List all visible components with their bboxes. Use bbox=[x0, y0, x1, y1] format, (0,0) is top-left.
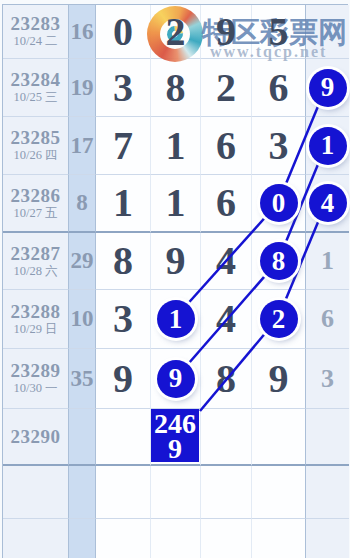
digit-cell: 1 bbox=[151, 175, 201, 233]
trail-circle-digit: 2 bbox=[260, 300, 298, 338]
draw-digit: 8 bbox=[216, 359, 236, 399]
digit-cell: 9 bbox=[96, 349, 151, 409]
issue-number: 23285 bbox=[11, 128, 61, 148]
draw-digit: 9 bbox=[216, 12, 236, 52]
digit-cell: 3 bbox=[96, 290, 151, 349]
empty-cell bbox=[69, 466, 96, 519]
empty-cell bbox=[306, 409, 349, 466]
circled-digit-cell: 2 bbox=[252, 290, 306, 349]
draw-digit: 6 bbox=[216, 183, 236, 223]
sum-value: 16 bbox=[71, 19, 94, 45]
circled-digit-cell: 8 bbox=[252, 233, 306, 290]
draw-digit: 7 bbox=[113, 126, 133, 166]
draw-digit: 4 bbox=[216, 299, 236, 339]
issue-number: 23286 bbox=[11, 186, 61, 206]
issue-date: 10/24 二 bbox=[11, 35, 61, 48]
digit-cell: 4 bbox=[201, 233, 252, 290]
sum-value: 10 bbox=[71, 306, 94, 332]
issue-cell: 2328410/25 三 bbox=[3, 59, 69, 117]
draw-digit: 1 bbox=[166, 126, 186, 166]
issue-cell: 2328710/28 六 bbox=[3, 233, 69, 290]
extra-digit-cell: 6 bbox=[306, 290, 349, 349]
draw-digit: 3 bbox=[113, 299, 133, 339]
draw-digit: 8 bbox=[166, 68, 186, 108]
digit-cell: 6 bbox=[201, 175, 252, 233]
draw-digit: 1 bbox=[166, 183, 186, 223]
issue-cell: 2328810/29 日 bbox=[3, 290, 69, 349]
issue-date: 10/30 一 bbox=[11, 382, 61, 395]
issue-cell: 2328310/24 二 bbox=[3, 5, 69, 59]
issue-cell: 2328510/26 四 bbox=[3, 117, 69, 175]
digit-cell: 3 bbox=[252, 117, 306, 175]
extra-circled-cell: 4 bbox=[306, 175, 349, 233]
extra-digit: 1 bbox=[321, 246, 334, 276]
empty-cell bbox=[151, 519, 201, 558]
sum-cell: 16 bbox=[69, 5, 96, 59]
draw-digit: 2 bbox=[216, 68, 236, 108]
draw-digit: 8 bbox=[113, 241, 133, 281]
draw-digit: 6 bbox=[216, 126, 236, 166]
circled-digit-cell: 0 bbox=[252, 175, 306, 233]
digit-cell: 1 bbox=[151, 117, 201, 175]
digit-cell: 9 bbox=[252, 349, 306, 409]
sum-value: 29 bbox=[71, 248, 94, 274]
extra-digit-cell: 3 bbox=[306, 349, 349, 409]
digit-cell: 4 bbox=[201, 290, 252, 349]
draw-digit: 3 bbox=[269, 126, 289, 166]
sum-cell: 10 bbox=[69, 290, 96, 349]
issue-cell: 2328910/30 一 bbox=[3, 349, 69, 409]
circled-digit-cell: 9 bbox=[151, 349, 201, 409]
issue-number: 23284 bbox=[11, 70, 61, 90]
trail-circle-digit: 1 bbox=[309, 127, 347, 165]
draw-digit: 1 bbox=[113, 183, 133, 223]
digit-cell: 9 bbox=[151, 233, 201, 290]
digit-cell: 2 bbox=[201, 59, 252, 117]
extra-digit: 6 bbox=[321, 304, 334, 334]
empty-cell bbox=[201, 409, 252, 466]
prediction-box: 2469 bbox=[151, 409, 199, 462]
draw-digit: 3 bbox=[113, 68, 133, 108]
empty-cell bbox=[201, 519, 252, 558]
sum-value: 8 bbox=[76, 190, 88, 216]
sum-cell: 35 bbox=[69, 349, 96, 409]
empty-cell bbox=[96, 409, 151, 466]
sum-cell: 8 bbox=[69, 175, 96, 233]
draw-digit: 9 bbox=[113, 359, 133, 399]
empty-cell bbox=[96, 519, 151, 558]
empty-cell bbox=[306, 466, 349, 519]
extra-digit: 3 bbox=[321, 364, 334, 394]
digit-cell: 8 bbox=[201, 349, 252, 409]
digit-cell: 7 bbox=[96, 117, 151, 175]
issue-number: 23288 bbox=[11, 302, 61, 322]
prediction-digits: 246 bbox=[154, 411, 196, 436]
extra-circled-cell: 1 bbox=[306, 117, 349, 175]
issue-number: 23287 bbox=[11, 244, 61, 264]
digit-cell: 6 bbox=[201, 117, 252, 175]
digit-cell: 3 bbox=[96, 59, 151, 117]
digit-cell: 1 bbox=[96, 175, 151, 233]
empty-cell bbox=[252, 466, 306, 519]
issue-date: 10/27 五 bbox=[11, 207, 61, 220]
issue-number: 23283 bbox=[11, 14, 61, 34]
draw-digit: 2 bbox=[166, 12, 186, 52]
trail-circle-digit: 1 bbox=[157, 300, 195, 338]
empty-cell bbox=[69, 409, 96, 466]
extra-digit-cell: 1 bbox=[306, 233, 349, 290]
digit-cell: 8 bbox=[96, 233, 151, 290]
empty-cell bbox=[3, 466, 69, 519]
issue-date: 10/28 六 bbox=[11, 265, 61, 278]
digit-cell: 0 bbox=[96, 5, 151, 59]
prediction-digits: 9 bbox=[168, 436, 182, 461]
empty-cell bbox=[69, 519, 96, 558]
trend-table: 2328310/24 二160295 2328410/25 三1938269 2… bbox=[2, 4, 348, 558]
extra-circled-cell: 9 bbox=[306, 59, 349, 117]
empty-cell bbox=[252, 519, 306, 558]
sum-cell: 29 bbox=[69, 233, 96, 290]
trail-circle-digit: 9 bbox=[309, 69, 347, 107]
issue-number: 23289 bbox=[11, 361, 61, 381]
issue-cell: 2328610/27 五 bbox=[3, 175, 69, 233]
lottery-trend-chart: 2328310/24 二160295 2328410/25 三1938269 2… bbox=[0, 0, 350, 558]
empty-cell bbox=[3, 519, 69, 558]
empty-cell bbox=[151, 466, 201, 519]
digit-cell: 6 bbox=[252, 59, 306, 117]
draw-digit: 4 bbox=[216, 241, 236, 281]
trail-circle-digit: 9 bbox=[157, 360, 195, 398]
empty-cell bbox=[201, 466, 252, 519]
draw-digit: 9 bbox=[166, 241, 186, 281]
draw-digit: 9 bbox=[269, 359, 289, 399]
prediction-cell: 2469 bbox=[151, 409, 201, 466]
issue-date: 10/29 日 bbox=[11, 323, 61, 336]
sum-value: 35 bbox=[71, 366, 94, 392]
empty-cell bbox=[96, 466, 151, 519]
trail-circle-digit: 4 bbox=[309, 184, 347, 222]
draw-digit: 6 bbox=[269, 68, 289, 108]
issue-date: 10/25 三 bbox=[11, 91, 61, 104]
sum-cell: 19 bbox=[69, 59, 96, 117]
trail-circle-digit: 0 bbox=[260, 184, 298, 222]
empty-cell bbox=[252, 409, 306, 466]
issue-number: 23290 bbox=[11, 427, 61, 447]
empty-cell bbox=[306, 519, 349, 558]
issue-cell: 23290 bbox=[3, 409, 69, 466]
circled-digit-cell: 1 bbox=[151, 290, 201, 349]
sum-value: 19 bbox=[71, 75, 94, 101]
sum-cell: 17 bbox=[69, 117, 96, 175]
draw-digit: 0 bbox=[113, 12, 133, 52]
sum-value: 17 bbox=[71, 133, 94, 159]
issue-date: 10/26 四 bbox=[11, 149, 61, 162]
draw-digit: 5 bbox=[269, 12, 289, 52]
digit-cell: 8 bbox=[151, 59, 201, 117]
trail-circle-digit: 8 bbox=[260, 242, 298, 280]
